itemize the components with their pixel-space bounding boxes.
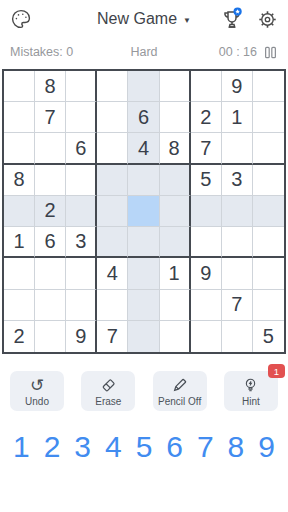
undo-button[interactable]: ↺ Undo (10, 371, 64, 411)
numpad-7[interactable]: 7 (197, 432, 214, 462)
cell-r3c4[interactable] (97, 133, 128, 164)
cell-r5c6[interactable] (160, 196, 191, 227)
erase-label: Erase (95, 396, 121, 407)
cell-r3c3[interactable]: 6 (66, 133, 97, 164)
cell-r8c9[interactable] (253, 290, 284, 321)
header: New Game ▼ (0, 0, 288, 38)
numpad-5[interactable]: 5 (136, 432, 153, 462)
cell-r2c4[interactable] (97, 102, 128, 133)
cell-r7c4[interactable]: 4 (97, 258, 128, 289)
sudoku-app: New Game ▼ (0, 0, 288, 512)
cell-r7c7[interactable]: 9 (191, 258, 222, 289)
cell-r8c4[interactable] (97, 290, 128, 321)
cell-r5c9[interactable] (253, 196, 284, 227)
cell-r6c2[interactable]: 6 (35, 227, 66, 258)
cell-r7c2[interactable] (35, 258, 66, 289)
cell-r5c8[interactable] (222, 196, 253, 227)
cell-r1c3[interactable] (66, 71, 97, 102)
cell-r2c5[interactable]: 6 (128, 102, 159, 133)
achievements-button[interactable] (220, 7, 244, 31)
numpad-4[interactable]: 4 (105, 432, 122, 462)
cell-r1c7[interactable] (191, 71, 222, 102)
cell-r9c4[interactable]: 7 (97, 321, 128, 352)
cell-r6c6[interactable] (160, 227, 191, 258)
cell-r2c9[interactable] (253, 102, 284, 133)
numpad-2[interactable]: 2 (44, 432, 61, 462)
mistakes-counter: Mistakes: 0 (10, 45, 73, 59)
cell-r8c2[interactable] (35, 290, 66, 321)
cell-r9c3[interactable]: 9 (66, 321, 97, 352)
trophy-icon (220, 7, 244, 31)
cell-r4c4[interactable] (97, 165, 128, 196)
cell-r6c7[interactable] (191, 227, 222, 258)
numpad-3[interactable]: 3 (74, 432, 91, 462)
cell-r4c5[interactable] (128, 165, 159, 196)
cell-r9c9[interactable]: 5 (253, 321, 284, 352)
cell-r4c2[interactable] (35, 165, 66, 196)
cell-r2c3[interactable] (66, 102, 97, 133)
cell-r8c5[interactable] (128, 290, 159, 321)
cell-r8c8[interactable]: 7 (222, 290, 253, 321)
cell-r5c7[interactable] (191, 196, 222, 227)
settings-button[interactable] (257, 9, 278, 30)
numpad: 123456789 (0, 432, 288, 462)
cell-r9c6[interactable] (160, 321, 191, 352)
cell-r3c8[interactable] (222, 133, 253, 164)
difficulty-label: Hard (130, 45, 157, 59)
cell-r6c5[interactable] (128, 227, 159, 258)
cell-r9c7[interactable] (191, 321, 222, 352)
cell-r9c8[interactable] (222, 321, 253, 352)
palette-icon (10, 8, 32, 30)
cell-r1c8[interactable]: 9 (222, 71, 253, 102)
cell-r7c6[interactable]: 1 (160, 258, 191, 289)
cell-r3c5[interactable]: 4 (128, 133, 159, 164)
cell-r5c2[interactable]: 2 (35, 196, 66, 227)
pause-button[interactable] (263, 45, 278, 60)
cell-r2c7[interactable]: 2 (191, 102, 222, 133)
cell-r9c5[interactable] (128, 321, 159, 352)
cell-r4c1[interactable]: 8 (4, 165, 35, 196)
cell-r5c5[interactable] (128, 196, 159, 227)
gear-icon (257, 9, 278, 30)
cell-r7c3[interactable] (66, 258, 97, 289)
undo-label: Undo (25, 396, 49, 407)
hint-label: Hint (242, 396, 260, 407)
cell-r1c6[interactable] (160, 71, 191, 102)
numpad-1[interactable]: 1 (13, 432, 30, 462)
cell-r4c8[interactable]: 3 (222, 165, 253, 196)
cell-r1c2[interactable]: 8 (35, 71, 66, 102)
cell-r6c3[interactable]: 3 (66, 227, 97, 258)
cell-r3c2[interactable] (35, 133, 66, 164)
cell-r5c1[interactable] (4, 196, 35, 227)
new-game-menu[interactable]: New Game ▼ (97, 10, 191, 28)
timer: 00 : 16 (219, 45, 257, 59)
cell-r2c2[interactable]: 7 (35, 102, 66, 133)
numpad-9[interactable]: 9 (258, 432, 275, 462)
cell-r4c7[interactable]: 5 (191, 165, 222, 196)
cell-r4c3[interactable] (66, 165, 97, 196)
eraser-icon (99, 376, 118, 395)
cell-r7c9[interactable] (253, 258, 284, 289)
cell-r6c8[interactable] (222, 227, 253, 258)
cell-r3c1[interactable] (4, 133, 35, 164)
pencil-icon (170, 376, 189, 395)
chevron-down-icon: ▼ (183, 14, 191, 25)
sudoku-board: 8976216487853216341972975 (2, 69, 286, 354)
cell-r7c5[interactable] (128, 258, 159, 289)
cell-r2c8[interactable]: 1 (222, 102, 253, 133)
undo-icon: ↺ (30, 377, 44, 394)
status-bar: Mistakes: 0 Hard 00 : 16 (0, 40, 288, 64)
erase-button[interactable]: Erase (81, 371, 135, 411)
pause-icon (263, 45, 278, 60)
cell-r4c9[interactable] (253, 165, 284, 196)
cell-r9c1[interactable]: 2 (4, 321, 35, 352)
theme-palette-button[interactable] (10, 8, 32, 30)
cell-r6c1[interactable]: 1 (4, 227, 35, 258)
cell-r7c1[interactable] (4, 258, 35, 289)
hint-badge: 1 (268, 364, 285, 378)
hint-button[interactable]: 1 Hint (224, 371, 278, 411)
cell-r1c9[interactable] (253, 71, 284, 102)
page-title: New Game (97, 10, 177, 28)
cell-r6c4[interactable] (97, 227, 128, 258)
cell-r5c4[interactable] (97, 196, 128, 227)
cell-r9c2[interactable] (35, 321, 66, 352)
numpad-6[interactable]: 6 (166, 432, 183, 462)
cell-r1c5[interactable] (128, 71, 159, 102)
pencil-label: Pencil Off (158, 396, 201, 407)
cell-r1c1[interactable] (4, 71, 35, 102)
toolbar: ↺ Undo Erase (0, 371, 288, 411)
lightbulb-icon (241, 376, 260, 395)
cell-r2c1[interactable] (4, 102, 35, 133)
cell-r4c6[interactable] (160, 165, 191, 196)
cell-r2c6[interactable] (160, 102, 191, 133)
pencil-button[interactable]: Pencil Off (153, 371, 207, 411)
cell-r3c7[interactable]: 7 (191, 133, 222, 164)
cell-r1c4[interactable] (97, 71, 128, 102)
cell-r6c9[interactable] (253, 227, 284, 258)
cell-r8c6[interactable] (160, 290, 191, 321)
cell-r3c9[interactable] (253, 133, 284, 164)
cell-r8c7[interactable] (191, 290, 222, 321)
numpad-8[interactable]: 8 (228, 432, 245, 462)
cell-r8c1[interactable] (4, 290, 35, 321)
cell-r8c3[interactable] (66, 290, 97, 321)
cell-r5c3[interactable] (66, 196, 97, 227)
cell-r7c8[interactable] (222, 258, 253, 289)
cell-r3c6[interactable]: 8 (160, 133, 191, 164)
